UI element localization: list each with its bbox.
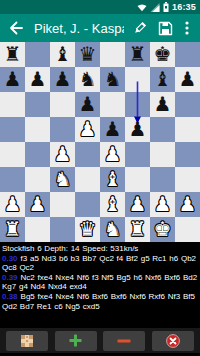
piece-black-bishop: ♝: [154, 67, 172, 92]
square-d2[interactable]: [75, 192, 100, 217]
square-b5[interactable]: [25, 117, 50, 142]
bottom-toolbar: x x: [0, 328, 200, 353]
square-c2[interactable]: [50, 192, 75, 217]
square-e5[interactable]: ♟: [100, 117, 125, 142]
square-h4[interactable]: [175, 142, 200, 167]
square-e4[interactable]: ♟: [100, 142, 125, 167]
setup-board-button[interactable]: x x: [6, 331, 48, 351]
piece-black-pawn: ♟: [29, 67, 47, 92]
piece-white-pawn: ♟: [4, 192, 22, 217]
plus-icon: [69, 334, 82, 347]
remove-button[interactable]: [103, 331, 145, 351]
square-f6[interactable]: [125, 92, 150, 117]
square-c6[interactable]: [50, 92, 75, 117]
piece-black-rook: ♜: [4, 42, 22, 67]
piece-white-queen: ♛: [79, 217, 97, 242]
piece-white-knight: ♞: [104, 217, 122, 242]
edit-button[interactable]: [128, 16, 150, 40]
piece-black-knight: ♞: [79, 67, 97, 92]
square-f2[interactable]: ♟: [125, 192, 150, 217]
square-a1[interactable]: ♜: [0, 217, 25, 242]
square-c7[interactable]: ♟: [50, 67, 75, 92]
save-button[interactable]: [154, 16, 176, 40]
square-d4[interactable]: [75, 142, 100, 167]
minus-icon: [117, 339, 131, 343]
piece-white-rook: ♜: [4, 217, 22, 242]
square-g2[interactable]: ♟: [150, 192, 175, 217]
square-h5[interactable]: [175, 117, 200, 142]
square-c5[interactable]: [50, 117, 75, 142]
square-g6[interactable]: ♟: [150, 92, 175, 117]
square-d3[interactable]: [75, 167, 100, 192]
back-arrow-icon: [9, 21, 23, 35]
pv-moves: Bg5 fxe4 Nxe4 Nf6 Bxf6 Bxf6 Nxf6 Rxf6 Nf…: [2, 292, 195, 311]
piece-white-rook: ♜: [129, 217, 147, 242]
square-e7[interactable]: ♞: [100, 67, 125, 92]
square-h2[interactable]: ♟: [175, 192, 200, 217]
square-f8[interactable]: ♜: [125, 42, 150, 67]
square-h7[interactable]: ♟: [175, 67, 200, 92]
piece-black-pawn: ♟: [104, 117, 122, 142]
square-d1[interactable]: ♛: [75, 217, 100, 242]
pencil-icon: [132, 21, 147, 36]
game-title: Piket, J. - Kaspar...: [34, 21, 124, 36]
square-e3[interactable]: ♝: [100, 167, 125, 192]
square-h8[interactable]: [175, 42, 200, 67]
square-a3[interactable]: [0, 167, 25, 192]
square-c1[interactable]: [50, 217, 75, 242]
piece-white-bishop: ♝: [104, 192, 122, 217]
square-f7[interactable]: [125, 67, 150, 92]
piece-white-pawn: ♟: [79, 117, 97, 142]
close-circle-icon: [166, 334, 180, 348]
square-e8[interactable]: [100, 42, 125, 67]
square-h1[interactable]: [175, 217, 200, 242]
square-f1[interactable]: ♜: [125, 217, 150, 242]
status-bar: 16:35: [0, 0, 200, 14]
square-h3[interactable]: [175, 167, 200, 192]
square-e2[interactable]: ♝: [100, 192, 125, 217]
square-b8[interactable]: [25, 42, 50, 67]
board-setup-icon: x x: [21, 335, 33, 347]
square-d8[interactable]: ♛: [75, 42, 100, 67]
piece-black-pawn: ♟: [4, 67, 22, 92]
piece-white-pawn: ♟: [154, 192, 172, 217]
piece-white-pawn: ♟: [29, 192, 47, 217]
eval-score: 0.39: [2, 273, 18, 282]
piece-white-pawn: ♟: [129, 192, 147, 217]
square-d7[interactable]: ♞: [75, 67, 100, 92]
eval-score: 0.38: [2, 292, 18, 301]
engine-panel: Stockfish 6 Depth: 14 Speed: 531kn/s 0.3…: [0, 242, 200, 328]
square-g4[interactable]: [150, 142, 175, 167]
piece-black-king: ♚: [154, 42, 172, 67]
square-g8[interactable]: ♚: [150, 42, 175, 67]
piece-black-knight: ♞: [104, 67, 122, 92]
square-h6[interactable]: [175, 92, 200, 117]
square-a4[interactable]: [0, 142, 25, 167]
square-b6[interactable]: [25, 92, 50, 117]
overflow-menu-button[interactable]: [180, 16, 194, 40]
clock-time: 16:35: [172, 2, 196, 12]
square-f5[interactable]: ♟: [125, 117, 150, 142]
piece-white-pawn: ♟: [104, 142, 122, 167]
analysis-line[interactable]: 0.38Bg5 fxe4 Nxe4 Nf6 Bxf6 Bxf6 Nxf6 Rxf…: [2, 292, 198, 311]
piece-black-pawn: ♟: [129, 117, 147, 142]
vertical-dots-icon: [185, 21, 189, 35]
piece-white-king: ♚: [154, 217, 172, 242]
square-a6[interactable]: [0, 92, 25, 117]
close-button[interactable]: [152, 331, 194, 351]
chess-board[interactable]: ♜♝♛♜♚♟♟♟♞♞♝♟♟♟♟♟♟♟♟♞♝♟♟♝♟♟♟♜♛♞♜♚: [0, 42, 200, 242]
pv-moves: Nc2 fxe4 Nxe4 Nf6 f3 Nf5 Bg5 h6 Nxf6 Bxf…: [2, 273, 197, 292]
piece-white-pawn: ♟: [54, 142, 72, 167]
piece-black-pawn: ♟: [154, 92, 172, 117]
square-a7[interactable]: ♟: [0, 67, 25, 92]
save-floppy-icon: [158, 21, 173, 36]
square-c8[interactable]: ♝: [50, 42, 75, 67]
square-g1[interactable]: ♚: [150, 217, 175, 242]
square-b3[interactable]: [25, 167, 50, 192]
back-button[interactable]: [6, 16, 26, 40]
piece-white-bishop: ♝: [104, 167, 122, 192]
piece-white-knight: ♞: [54, 167, 72, 192]
analysis-line[interactable]: 0.39Nc2 fxe4 Nxe4 Nf6 f3 Nf5 Bg5 h6 Nxf6…: [2, 273, 198, 292]
square-a5[interactable]: [0, 117, 25, 142]
battery-icon: [163, 2, 169, 12]
piece-black-pawn: ♟: [79, 92, 97, 117]
analysis-line[interactable]: 0.30f3 a5 Nd3 b6 b3 Bb7 Qc2 f4 Bf2 g5 Rc…: [2, 254, 198, 273]
square-b2[interactable]: ♟: [25, 192, 50, 217]
engine-status: Stockfish 6 Depth: 14 Speed: 531kn/s: [2, 244, 198, 254]
piece-black-bishop: ♝: [54, 42, 72, 67]
square-d6[interactable]: ♟: [75, 92, 100, 117]
square-c4[interactable]: ♟: [50, 142, 75, 167]
cellular-signal-icon: [150, 3, 160, 12]
square-b1[interactable]: [25, 217, 50, 242]
square-c3[interactable]: ♞: [50, 167, 75, 192]
square-e6[interactable]: [100, 92, 125, 117]
add-button[interactable]: [55, 331, 97, 351]
eval-score: 0.30: [2, 254, 18, 263]
piece-white-pawn: ♟: [179, 192, 197, 217]
piece-black-pawn: ♟: [179, 67, 197, 92]
square-b7[interactable]: ♟: [25, 67, 50, 92]
square-g3[interactable]: [150, 167, 175, 192]
wifi-icon: [137, 3, 147, 12]
pv-moves: f3 a5 Nd3 b6 b3 Bb7 Qc2 f4 Bf2 g5 Rc1 h6…: [2, 254, 196, 273]
square-g7[interactable]: ♝: [150, 67, 175, 92]
square-g5[interactable]: [150, 117, 175, 142]
piece-black-rook: ♜: [129, 42, 147, 67]
square-a8[interactable]: ♜: [0, 42, 25, 67]
square-f4[interactable]: [125, 142, 150, 167]
square-d5[interactable]: ♟: [75, 117, 100, 142]
square-b4[interactable]: [25, 142, 50, 167]
piece-black-pawn: ♟: [54, 67, 72, 92]
square-a2[interactable]: ♟: [0, 192, 25, 217]
piece-black-queen: ♛: [79, 42, 97, 67]
square-e1[interactable]: ♞: [100, 217, 125, 242]
app-bar: Piket, J. - Kaspar...: [0, 14, 200, 42]
square-f3[interactable]: [125, 167, 150, 192]
